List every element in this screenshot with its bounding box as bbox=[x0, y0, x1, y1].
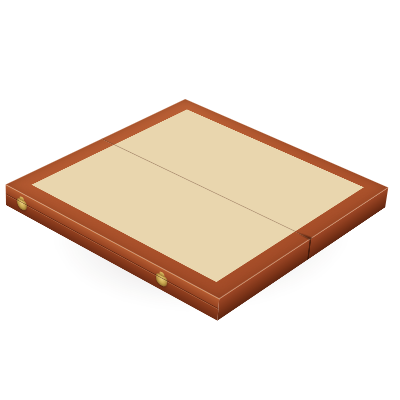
playing-area bbox=[32, 109, 364, 282]
board-top bbox=[6, 99, 389, 299]
chess-set-photo bbox=[0, 0, 400, 400]
fold-seam-notch bbox=[294, 231, 313, 241]
chess-board-box bbox=[6, 99, 389, 299]
scene bbox=[0, 0, 400, 400]
brass-clasp-left bbox=[17, 197, 27, 212]
brass-clasp-right bbox=[155, 272, 167, 288]
